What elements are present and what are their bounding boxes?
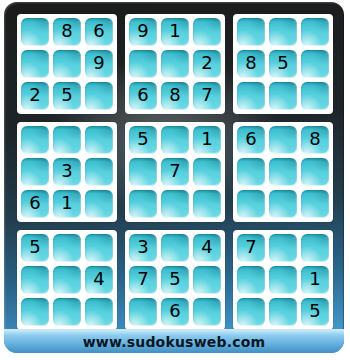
cell-r8c7[interactable] [237, 266, 265, 294]
cell-r5c3[interactable] [85, 158, 113, 186]
cell-r6c4[interactable] [129, 190, 157, 218]
cell-r3c5[interactable]: 8 [161, 82, 189, 110]
sudoku-box-3: 85 [233, 14, 333, 114]
given-digit: 6 [93, 22, 104, 40]
sudoku-box-2: 912687 [125, 14, 225, 114]
footer-bar: www.sudokusweb.com [4, 329, 344, 353]
cell-r4c4[interactable]: 5 [129, 126, 157, 154]
given-digit: 3 [61, 162, 72, 180]
given-digit: 4 [93, 270, 104, 288]
cell-r1c6[interactable] [193, 18, 221, 46]
given-digit: 5 [137, 130, 148, 148]
cell-r4c9[interactable]: 8 [301, 126, 329, 154]
cell-r4c5[interactable] [161, 126, 189, 154]
cell-r6c9[interactable] [301, 190, 329, 218]
sudoku-box-5: 517 [125, 122, 225, 222]
cell-r2c6[interactable]: 2 [193, 50, 221, 78]
cell-r8c8[interactable] [269, 266, 297, 294]
cell-r3c4[interactable]: 6 [129, 82, 157, 110]
cell-r1c7[interactable] [237, 18, 265, 46]
cell-r2c4[interactable] [129, 50, 157, 78]
cell-r5c1[interactable] [21, 158, 49, 186]
cell-r5c7[interactable] [237, 158, 265, 186]
cell-r4c3[interactable] [85, 126, 113, 154]
cell-r5c2[interactable]: 3 [53, 158, 81, 186]
cell-r3c6[interactable]: 7 [193, 82, 221, 110]
cell-r4c1[interactable] [21, 126, 49, 154]
cell-r7c5[interactable] [161, 234, 189, 262]
cell-r3c3[interactable] [85, 82, 113, 110]
cell-r8c6[interactable] [193, 266, 221, 294]
cell-r3c2[interactable]: 5 [53, 82, 81, 110]
given-digit: 8 [61, 22, 72, 40]
sudoku-box-1: 86925 [17, 14, 117, 114]
given-digit: 1 [61, 194, 72, 212]
cell-r8c9[interactable]: 1 [301, 266, 329, 294]
given-digit: 8 [245, 54, 256, 72]
given-digit: 2 [201, 54, 212, 72]
cell-r9c3[interactable] [85, 298, 113, 326]
cell-r7c6[interactable]: 4 [193, 234, 221, 262]
cell-r2c8[interactable]: 5 [269, 50, 297, 78]
cell-r1c4[interactable]: 9 [129, 18, 157, 46]
given-digit: 6 [137, 86, 148, 104]
given-digit: 1 [169, 22, 180, 40]
sudoku-box-6: 68 [233, 122, 333, 222]
cell-r1c9[interactable] [301, 18, 329, 46]
given-digit: 6 [245, 130, 256, 148]
given-digit: 1 [309, 270, 320, 288]
given-digit: 5 [169, 270, 180, 288]
cell-r6c3[interactable] [85, 190, 113, 218]
cell-r7c2[interactable] [53, 234, 81, 262]
site-link[interactable]: www.sudokusweb.com [83, 334, 266, 350]
cell-r4c7[interactable]: 6 [237, 126, 265, 154]
sudoku-box-9: 715 [233, 230, 333, 330]
cell-r9c2[interactable] [53, 298, 81, 326]
cell-r6c1[interactable]: 6 [21, 190, 49, 218]
cell-r3c7[interactable] [237, 82, 265, 110]
cell-r1c1[interactable] [21, 18, 49, 46]
cell-r6c2[interactable]: 1 [53, 190, 81, 218]
cell-r7c1[interactable]: 5 [21, 234, 49, 262]
given-digit: 7 [137, 270, 148, 288]
cell-r7c9[interactable] [301, 234, 329, 262]
cell-r9c6[interactable] [193, 298, 221, 326]
cell-r9c7[interactable] [237, 298, 265, 326]
cell-r8c3[interactable]: 4 [85, 266, 113, 294]
given-digit: 5 [277, 54, 288, 72]
cell-r2c7[interactable]: 8 [237, 50, 265, 78]
cell-r9c9[interactable]: 5 [301, 298, 329, 326]
given-digit: 8 [309, 130, 320, 148]
cell-r9c1[interactable] [21, 298, 49, 326]
cell-r5c8[interactable] [269, 158, 297, 186]
sudoku-box-8: 34756 [125, 230, 225, 330]
given-digit: 6 [29, 194, 40, 212]
cell-r8c4[interactable]: 7 [129, 266, 157, 294]
cell-r3c8[interactable] [269, 82, 297, 110]
cell-r2c2[interactable] [53, 50, 81, 78]
cell-r8c1[interactable] [21, 266, 49, 294]
given-digit: 3 [137, 238, 148, 256]
given-digit: 5 [61, 86, 72, 104]
sudoku-board: 8692591268785361517685434756715 [17, 14, 333, 330]
cell-r7c8[interactable] [269, 234, 297, 262]
cell-r3c9[interactable] [301, 82, 329, 110]
cell-r6c7[interactable] [237, 190, 265, 218]
cell-r2c9[interactable] [301, 50, 329, 78]
cell-r4c2[interactable] [53, 126, 81, 154]
cell-r1c8[interactable] [269, 18, 297, 46]
cell-r6c6[interactable] [193, 190, 221, 218]
given-digit: 8 [169, 86, 180, 104]
given-digit: 5 [29, 238, 40, 256]
cell-r7c7[interactable]: 7 [237, 234, 265, 262]
cell-r5c6[interactable] [193, 158, 221, 186]
sudoku-box-7: 54 [17, 230, 117, 330]
cell-r2c5[interactable] [161, 50, 189, 78]
cell-r5c4[interactable] [129, 158, 157, 186]
cell-r9c4[interactable] [129, 298, 157, 326]
cell-r1c3[interactable]: 6 [85, 18, 113, 46]
given-digit: 2 [29, 86, 40, 104]
sudoku-widget: 8692591268785361517685434756715 www.sudo… [4, 2, 344, 353]
given-digit: 9 [137, 22, 148, 40]
cell-r1c5[interactable]: 1 [161, 18, 189, 46]
given-digit: 4 [201, 238, 212, 256]
cell-r7c3[interactable] [85, 234, 113, 262]
given-digit: 7 [169, 162, 180, 180]
cell-r9c5[interactable]: 6 [161, 298, 189, 326]
cell-r7c4[interactable]: 3 [129, 234, 157, 262]
cell-r5c5[interactable]: 7 [161, 158, 189, 186]
cell-r4c6[interactable]: 1 [193, 126, 221, 154]
given-digit: 5 [309, 302, 320, 320]
given-digit: 9 [93, 54, 104, 72]
cell-r5c9[interactable] [301, 158, 329, 186]
given-digit: 7 [245, 238, 256, 256]
cell-r3c1[interactable]: 2 [21, 82, 49, 110]
page-background: 8692591268785361517685434756715 www.sudo… [0, 0, 350, 360]
cell-r6c5[interactable] [161, 190, 189, 218]
cell-r2c3[interactable]: 9 [85, 50, 113, 78]
cell-r1c2[interactable]: 8 [53, 18, 81, 46]
given-digit: 1 [201, 130, 212, 148]
cell-r2c1[interactable] [21, 50, 49, 78]
given-digit: 6 [169, 302, 180, 320]
cell-r8c5[interactable]: 5 [161, 266, 189, 294]
cell-r4c8[interactable] [269, 126, 297, 154]
cell-r9c8[interactable] [269, 298, 297, 326]
cell-r6c8[interactable] [269, 190, 297, 218]
cell-r8c2[interactable] [53, 266, 81, 294]
sudoku-box-4: 361 [17, 122, 117, 222]
given-digit: 7 [201, 86, 212, 104]
